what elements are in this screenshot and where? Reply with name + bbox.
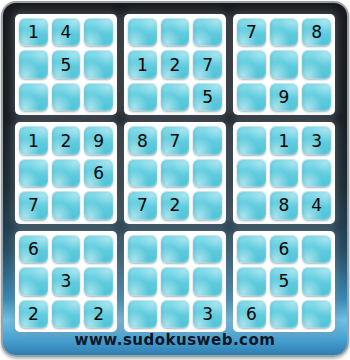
cell-r3c3[interactable] [84, 83, 113, 111]
cell-r8c1[interactable] [19, 267, 48, 295]
cell-r5c3[interactable]: 6 [84, 159, 113, 187]
box-5: 8772 [124, 122, 226, 223]
box-7: 6322 [15, 231, 117, 332]
cell-r2c6[interactable]: 7 [193, 50, 222, 78]
cell-r4c4[interactable]: 8 [128, 126, 157, 154]
cell-r7c8[interactable]: 6 [270, 235, 299, 263]
cell-r9c1[interactable]: 2 [19, 300, 48, 328]
cell-r8c6[interactable] [193, 267, 222, 295]
cell-r7c2[interactable] [52, 235, 81, 263]
cell-r1c2[interactable]: 4 [52, 18, 81, 46]
cell-r9c6[interactable]: 3 [193, 300, 222, 328]
cell-r1c7[interactable]: 7 [237, 18, 266, 46]
cell-r5c8[interactable] [270, 159, 299, 187]
cell-r9c7[interactable]: 6 [237, 300, 266, 328]
cell-r8c4[interactable] [128, 267, 157, 295]
cell-r6c8[interactable]: 8 [270, 191, 299, 219]
cell-r4c5[interactable]: 7 [161, 126, 190, 154]
cell-r5c2[interactable] [52, 159, 81, 187]
cell-r5c6[interactable] [193, 159, 222, 187]
cell-r3c1[interactable] [19, 83, 48, 111]
cell-r4c9[interactable]: 3 [302, 126, 331, 154]
cell-r6c4[interactable]: 7 [128, 191, 157, 219]
cell-r4c3[interactable]: 9 [84, 126, 113, 154]
cell-r6c5[interactable]: 2 [161, 191, 190, 219]
cell-r3c9[interactable] [302, 83, 331, 111]
cell-r8c5[interactable] [161, 267, 190, 295]
cell-r8c2[interactable]: 3 [52, 267, 81, 295]
cell-r9c8[interactable] [270, 300, 299, 328]
cell-r2c7[interactable] [237, 50, 266, 78]
cell-r3c7[interactable] [237, 83, 266, 111]
cell-r9c4[interactable] [128, 300, 157, 328]
cell-r6c1[interactable]: 7 [19, 191, 48, 219]
cell-r2c8[interactable] [270, 50, 299, 78]
cell-r6c2[interactable] [52, 191, 81, 219]
cell-r2c3[interactable] [84, 50, 113, 78]
cell-r7c6[interactable] [193, 235, 222, 263]
cell-r5c7[interactable] [237, 159, 266, 187]
cell-r7c1[interactable]: 6 [19, 235, 48, 263]
cell-r7c4[interactable] [128, 235, 157, 263]
cell-r4c7[interactable] [237, 126, 266, 154]
cell-r1c9[interactable]: 8 [302, 18, 331, 46]
cell-r9c2[interactable] [52, 300, 81, 328]
box-3: 789 [233, 14, 335, 115]
cell-r7c3[interactable] [84, 235, 113, 263]
box-6: 1384 [233, 122, 335, 223]
cell-r1c8[interactable] [270, 18, 299, 46]
cell-r2c9[interactable] [302, 50, 331, 78]
cell-r3c8[interactable]: 9 [270, 83, 299, 111]
cell-r4c8[interactable]: 1 [270, 126, 299, 154]
cell-r7c5[interactable] [161, 235, 190, 263]
sudoku-board: 1451275789129678772138463223656 [15, 14, 335, 332]
box-4: 12967 [15, 122, 117, 223]
board-frame: 1451275789129678772138463223656 www.sudo… [1, 1, 349, 357]
sudoku-widget: 1451275789129678772138463223656 www.sudo… [0, 0, 350, 360]
cell-r5c4[interactable] [128, 159, 157, 187]
cell-r1c4[interactable] [128, 18, 157, 46]
cell-r4c6[interactable] [193, 126, 222, 154]
cell-r4c1[interactable]: 1 [19, 126, 48, 154]
cell-r8c9[interactable] [302, 267, 331, 295]
box-9: 656 [233, 231, 335, 332]
cell-r8c8[interactable]: 5 [270, 267, 299, 295]
cell-r7c7[interactable] [237, 235, 266, 263]
cell-r6c9[interactable]: 4 [302, 191, 331, 219]
cell-r9c5[interactable] [161, 300, 190, 328]
cell-r2c4[interactable]: 1 [128, 50, 157, 78]
cell-r8c7[interactable] [237, 267, 266, 295]
cell-r4c2[interactable]: 2 [52, 126, 81, 154]
cell-r3c6[interactable]: 5 [193, 83, 222, 111]
cell-r2c2[interactable]: 5 [52, 50, 81, 78]
cell-r1c1[interactable]: 1 [19, 18, 48, 46]
cell-r5c9[interactable] [302, 159, 331, 187]
cell-r2c1[interactable] [19, 50, 48, 78]
cell-r3c5[interactable] [161, 83, 190, 111]
cell-r7c9[interactable] [302, 235, 331, 263]
cell-r5c1[interactable] [19, 159, 48, 187]
cell-r6c3[interactable] [84, 191, 113, 219]
cell-r1c3[interactable] [84, 18, 113, 46]
box-1: 145 [15, 14, 117, 115]
cell-r6c6[interactable] [193, 191, 222, 219]
site-link[interactable]: www.sudokusweb.com [3, 331, 347, 349]
box-2: 1275 [124, 14, 226, 115]
cell-r8c3[interactable] [84, 267, 113, 295]
cell-r2c5[interactable]: 2 [161, 50, 190, 78]
cell-r3c4[interactable] [128, 83, 157, 111]
cell-r6c7[interactable] [237, 191, 266, 219]
cell-r9c9[interactable] [302, 300, 331, 328]
cell-r5c5[interactable] [161, 159, 190, 187]
box-8: 3 [124, 231, 226, 332]
cell-r1c6[interactable] [193, 18, 222, 46]
cell-r1c5[interactable] [161, 18, 190, 46]
cell-r3c2[interactable] [52, 83, 81, 111]
cell-r9c3[interactable]: 2 [84, 300, 113, 328]
